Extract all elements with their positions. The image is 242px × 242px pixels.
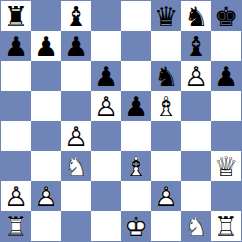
square-c7[interactable]: ♟ [61, 31, 91, 61]
piece-outline-layer: ♙ [1, 181, 31, 211]
white-rook-piece[interactable]: ♜♖ [211, 211, 241, 241]
square-h8[interactable]: ♚ [211, 1, 241, 31]
white-bishop-piece[interactable]: ♝♗ [151, 91, 181, 121]
square-e1[interactable]: ♚♔ [121, 211, 151, 241]
square-a2[interactable]: ♟♙ [1, 181, 31, 211]
black-knight-piece[interactable]: ♞ [181, 1, 211, 31]
black-pawn-piece[interactable]: ♟ [91, 61, 121, 91]
square-h4[interactable] [211, 121, 241, 151]
square-f3[interactable] [151, 151, 181, 181]
white-pawn-piece[interactable]: ♟♙ [1, 181, 31, 211]
piece-outline-layer: ♙ [151, 181, 181, 211]
square-b3[interactable] [31, 151, 61, 181]
piece-outline-layer: ♙ [91, 91, 121, 121]
square-c1[interactable] [61, 211, 91, 241]
square-e8[interactable] [121, 1, 151, 31]
square-a6[interactable] [1, 61, 31, 91]
square-f8[interactable]: ♛ [151, 1, 181, 31]
square-g4[interactable] [181, 121, 211, 151]
square-f1[interactable] [151, 211, 181, 241]
square-d3[interactable] [91, 151, 121, 181]
piece-outline-layer: ♗ [151, 91, 181, 121]
square-b5[interactable] [31, 91, 61, 121]
square-c8[interactable]: ♝ [61, 1, 91, 31]
white-pawn-piece[interactable]: ♟♙ [151, 181, 181, 211]
square-e7[interactable] [121, 31, 151, 61]
black-king-piece[interactable]: ♚ [211, 1, 241, 31]
square-b4[interactable] [31, 121, 61, 151]
piece-outline-layer: ♙ [181, 61, 211, 91]
piece-outline-layer: ♘ [181, 211, 211, 241]
square-f5[interactable]: ♝♗ [151, 91, 181, 121]
square-d7[interactable] [91, 31, 121, 61]
square-g2[interactable] [181, 181, 211, 211]
square-d5[interactable]: ♟♙ [91, 91, 121, 121]
square-c3[interactable]: ♞♘ [61, 151, 91, 181]
square-b2[interactable]: ♟♙ [31, 181, 61, 211]
piece-outline-layer: ♙ [31, 181, 61, 211]
white-knight-piece[interactable]: ♞♘ [61, 151, 91, 181]
square-g6[interactable]: ♟♙ [181, 61, 211, 91]
white-bishop-piece[interactable]: ♝♗ [121, 151, 151, 181]
piece-solid-layer: ♟ [61, 31, 91, 61]
black-queen-piece[interactable]: ♛ [151, 1, 181, 31]
square-e4[interactable] [121, 121, 151, 151]
piece-outline-layer: ♘ [61, 151, 91, 181]
black-pawn-piece[interactable]: ♟ [121, 91, 151, 121]
black-pawn-piece[interactable]: ♟ [31, 31, 61, 61]
square-h6[interactable]: ♟ [211, 61, 241, 91]
piece-solid-layer: ♟ [121, 91, 151, 121]
square-d4[interactable] [91, 121, 121, 151]
square-c5[interactable] [61, 91, 91, 121]
square-f2[interactable]: ♟♙ [151, 181, 181, 211]
piece-solid-layer: ♚ [211, 1, 241, 31]
piece-solid-layer: ♜ [1, 1, 31, 31]
piece-outline-layer: ♕ [211, 151, 241, 181]
white-pawn-piece[interactable]: ♟♙ [31, 181, 61, 211]
square-c6[interactable] [61, 61, 91, 91]
square-f4[interactable] [151, 121, 181, 151]
square-h1[interactable]: ♜♖ [211, 211, 241, 241]
square-g3[interactable] [181, 151, 211, 181]
square-e3[interactable]: ♝♗ [121, 151, 151, 181]
piece-solid-layer: ♝ [181, 31, 211, 61]
square-a1[interactable]: ♜♖ [1, 211, 31, 241]
square-b7[interactable]: ♟ [31, 31, 61, 61]
square-b8[interactable] [31, 1, 61, 31]
piece-solid-layer: ♝ [61, 1, 91, 31]
square-e5[interactable]: ♟ [121, 91, 151, 121]
square-b6[interactable] [31, 61, 61, 91]
piece-outline-layer: ♙ [61, 121, 91, 151]
square-c4[interactable]: ♟♙ [61, 121, 91, 151]
square-b1[interactable] [31, 211, 61, 241]
square-d8[interactable] [91, 1, 121, 31]
black-pawn-piece[interactable]: ♟ [1, 31, 31, 61]
square-e6[interactable] [121, 61, 151, 91]
square-a5[interactable] [1, 91, 31, 121]
piece-solid-layer: ♞ [181, 1, 211, 31]
white-pawn-piece[interactable]: ♟♙ [181, 61, 211, 91]
square-d6[interactable]: ♟ [91, 61, 121, 91]
square-d1[interactable] [91, 211, 121, 241]
black-rook-piece[interactable]: ♜ [1, 1, 31, 31]
square-g8[interactable]: ♞ [181, 1, 211, 31]
square-a8[interactable]: ♜ [1, 1, 31, 31]
piece-solid-layer: ♟ [211, 61, 241, 91]
black-pawn-piece[interactable]: ♟ [61, 31, 91, 61]
square-a7[interactable]: ♟ [1, 31, 31, 61]
chess-board: ♜♝♛♞♚♟♟♟♝♟♞♟♙♟♟♙♟♝♗♟♙♞♘♝♗♛♕♟♙♟♙♟♙♜♖♚♔♞♘♜… [0, 0, 242, 242]
black-bishop-piece[interactable]: ♝ [61, 1, 91, 31]
square-g7[interactable]: ♝ [181, 31, 211, 61]
white-rook-piece[interactable]: ♜♖ [1, 211, 31, 241]
piece-solid-layer: ♟ [91, 61, 121, 91]
square-g5[interactable] [181, 91, 211, 121]
square-c2[interactable] [61, 181, 91, 211]
white-pawn-piece[interactable]: ♟♙ [61, 121, 91, 151]
square-f7[interactable] [151, 31, 181, 61]
piece-outline-layer: ♖ [211, 211, 241, 241]
square-a4[interactable] [1, 121, 31, 151]
white-knight-piece[interactable]: ♞♘ [181, 211, 211, 241]
white-queen-piece[interactable]: ♛♕ [211, 151, 241, 181]
square-h2[interactable] [211, 181, 241, 211]
piece-solid-layer: ♛ [151, 1, 181, 31]
black-bishop-piece[interactable]: ♝ [181, 31, 211, 61]
black-pawn-piece[interactable]: ♟ [211, 61, 241, 91]
piece-solid-layer: ♟ [31, 31, 61, 61]
square-a3[interactable] [1, 151, 31, 181]
white-king-piece[interactable]: ♚♔ [121, 211, 151, 241]
square-e2[interactable] [121, 181, 151, 211]
piece-outline-layer: ♖ [1, 211, 31, 241]
piece-solid-layer: ♟ [1, 31, 31, 61]
square-g1[interactable]: ♞♘ [181, 211, 211, 241]
black-knight-piece[interactable]: ♞ [151, 61, 181, 91]
square-h7[interactable] [211, 31, 241, 61]
piece-outline-layer: ♗ [121, 151, 151, 181]
white-pawn-piece[interactable]: ♟♙ [91, 91, 121, 121]
piece-solid-layer: ♞ [151, 61, 181, 91]
square-d2[interactable] [91, 181, 121, 211]
square-h5[interactable] [211, 91, 241, 121]
piece-outline-layer: ♔ [121, 211, 151, 241]
square-f6[interactable]: ♞ [151, 61, 181, 91]
square-h3[interactable]: ♛♕ [211, 151, 241, 181]
